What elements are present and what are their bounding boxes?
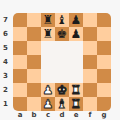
file-label-f: f bbox=[83, 111, 97, 120]
black-pawn-e6: ♟ bbox=[69, 27, 83, 41]
square-e4[interactable] bbox=[69, 55, 83, 69]
square-g4[interactable] bbox=[97, 55, 111, 69]
rank-label-1: 1 bbox=[0, 97, 11, 111]
square-e2[interactable]: ♜ bbox=[69, 83, 83, 97]
square-b6[interactable] bbox=[27, 27, 41, 41]
rank-label-3: 3 bbox=[0, 69, 11, 83]
square-d3[interactable] bbox=[55, 69, 69, 83]
square-c3[interactable] bbox=[41, 69, 55, 83]
square-d1[interactable]: ♝ bbox=[55, 97, 69, 111]
square-g6[interactable] bbox=[97, 27, 111, 41]
square-g7[interactable] bbox=[97, 13, 111, 27]
square-b3[interactable] bbox=[27, 69, 41, 83]
square-c2[interactable]: ♟ bbox=[41, 83, 55, 97]
square-b4[interactable] bbox=[27, 55, 41, 69]
black-pawn-e7: ♟ bbox=[69, 13, 83, 27]
white-pawn-c2: ♟ bbox=[41, 83, 55, 97]
square-c5[interactable] bbox=[41, 41, 55, 55]
white-pawn-c1: ♟ bbox=[41, 97, 55, 111]
rank-label-4: 4 bbox=[0, 55, 11, 69]
square-e3[interactable] bbox=[69, 69, 83, 83]
white-rook-e1: ♜ bbox=[69, 97, 83, 111]
square-f2[interactable] bbox=[83, 83, 97, 97]
rank-labels: 7654321 bbox=[0, 13, 13, 111]
square-g3[interactable] bbox=[97, 69, 111, 83]
square-g1[interactable] bbox=[97, 97, 111, 111]
square-c7[interactable]: ♜ bbox=[41, 13, 55, 27]
rank-label-6: 6 bbox=[0, 27, 11, 41]
white-king-d2: ♚ bbox=[55, 83, 69, 97]
square-d7[interactable]: ♝ bbox=[55, 13, 69, 27]
file-labels: abcdefg bbox=[13, 111, 111, 120]
square-b7[interactable] bbox=[27, 13, 41, 27]
square-a5[interactable] bbox=[13, 41, 27, 55]
white-rook-e2: ♜ bbox=[69, 83, 83, 97]
square-d4[interactable] bbox=[55, 55, 69, 69]
black-bishop-d7: ♝ bbox=[55, 13, 69, 27]
chess-diagram: 7654321 ♜♝♟♜♚♟♟♚♜♟♝♜ abcdefg bbox=[0, 0, 120, 120]
square-g5[interactable] bbox=[97, 41, 111, 55]
rank-label-2: 2 bbox=[0, 83, 11, 97]
square-a6[interactable] bbox=[13, 27, 27, 41]
square-e1[interactable]: ♜ bbox=[69, 97, 83, 111]
square-f3[interactable] bbox=[83, 69, 97, 83]
square-e7[interactable]: ♟ bbox=[69, 13, 83, 27]
square-f1[interactable] bbox=[83, 97, 97, 111]
square-d5[interactable] bbox=[55, 41, 69, 55]
square-f4[interactable] bbox=[83, 55, 97, 69]
square-e6[interactable]: ♟ bbox=[69, 27, 83, 41]
square-d6[interactable]: ♚ bbox=[55, 27, 69, 41]
square-e5[interactable] bbox=[69, 41, 83, 55]
file-label-g: g bbox=[97, 111, 111, 120]
square-f6[interactable] bbox=[83, 27, 97, 41]
square-d2[interactable]: ♚ bbox=[55, 83, 69, 97]
square-b1[interactable] bbox=[27, 97, 41, 111]
square-a7[interactable] bbox=[13, 13, 27, 27]
white-bishop-d1: ♝ bbox=[55, 97, 69, 111]
file-label-d: d bbox=[55, 111, 69, 120]
square-g2[interactable] bbox=[97, 83, 111, 97]
square-a1[interactable] bbox=[13, 97, 27, 111]
square-c6[interactable]: ♜ bbox=[41, 27, 55, 41]
file-label-b: b bbox=[27, 111, 41, 120]
file-label-a: a bbox=[13, 111, 27, 120]
square-c1[interactable]: ♟ bbox=[41, 97, 55, 111]
square-a2[interactable] bbox=[13, 83, 27, 97]
rank-label-5: 5 bbox=[0, 41, 11, 55]
square-b2[interactable] bbox=[27, 83, 41, 97]
square-f7[interactable] bbox=[83, 13, 97, 27]
square-c4[interactable] bbox=[41, 55, 55, 69]
black-rook-c7: ♜ bbox=[41, 13, 55, 27]
black-rook-c6: ♜ bbox=[41, 27, 55, 41]
square-f5[interactable] bbox=[83, 41, 97, 55]
rank-label-7: 7 bbox=[0, 13, 11, 27]
square-a4[interactable] bbox=[13, 55, 27, 69]
chess-board: ♜♝♟♜♚♟♟♚♜♟♝♜ bbox=[13, 13, 111, 111]
file-label-e: e bbox=[69, 111, 83, 120]
file-label-c: c bbox=[41, 111, 55, 120]
square-b5[interactable] bbox=[27, 41, 41, 55]
black-king-d6: ♚ bbox=[55, 27, 69, 41]
square-a3[interactable] bbox=[13, 69, 27, 83]
